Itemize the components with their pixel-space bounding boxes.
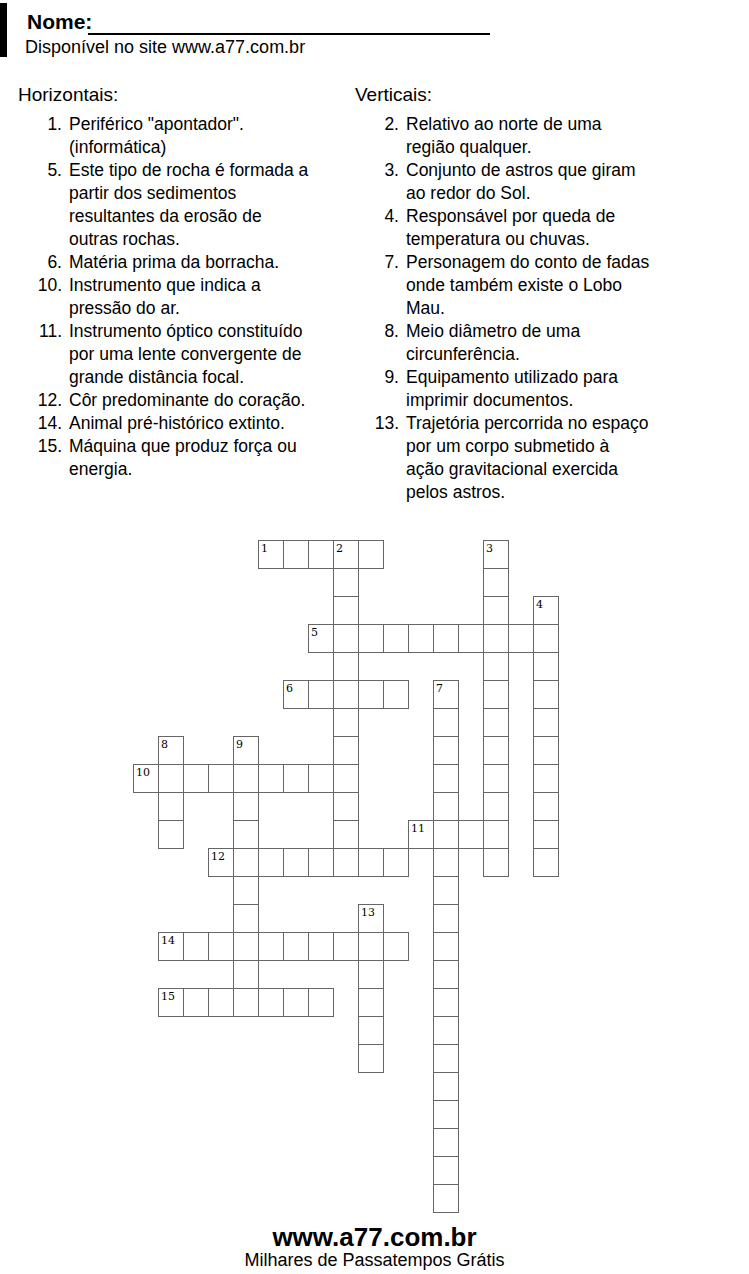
crossword-cell[interactable] [433,932,459,961]
crossword-cell[interactable] [333,932,359,961]
clue-number: 6. [18,251,69,274]
clue-number: 15. [18,435,69,458]
clue-number: 7. [355,251,406,274]
clue-row: 2.Relativo ao norte de uma região qualqu… [355,113,745,159]
across-clues-list: 1.Periférico "apontador". (informática)5… [18,113,353,481]
crossword-cell[interactable] [433,1100,459,1129]
crossword-cell[interactable] [358,1016,384,1045]
crossword-cell[interactable] [483,736,509,765]
crossword-cell[interactable] [183,932,209,961]
crossword-cell[interactable] [308,848,334,877]
clue-row: 1.Periférico "apontador". (informática) [18,113,353,159]
crossword-cell[interactable] [433,848,459,877]
crossword-cell[interactable] [433,960,459,989]
crossword-cell[interactable] [483,792,509,821]
clue-row: 4.Responsável por queda de temperatura o… [355,205,745,251]
crossword-cell[interactable] [533,848,559,877]
crossword-cell[interactable] [258,540,284,569]
clue-text: Periférico "apontador". (informática) [69,113,244,159]
clue-row: 8.Meio diâmetro de uma circunferência. [355,320,745,366]
crossword-cell[interactable] [483,708,509,737]
clue-row: 14.Animal pré-histórico extinto. [18,412,353,435]
crossword-cell[interactable] [433,764,459,793]
crossword-cell[interactable] [333,540,359,569]
crossword-cell[interactable] [483,680,509,709]
clue-number: 11. [18,320,69,343]
crossword-cell[interactable] [533,708,559,737]
crossword-cell[interactable] [433,708,459,737]
clue-row: 15.Máquina que produz força ou energia. [18,435,353,481]
crossword-cell[interactable] [333,624,359,653]
crossword-cell[interactable] [383,680,409,709]
clue-row: 6.Matéria prima da borracha. [18,251,353,274]
crossword-cell[interactable] [433,988,459,1017]
clue-number: 13. [355,412,406,435]
crossword-cell[interactable] [433,904,459,933]
crossword-cell[interactable] [483,540,509,569]
crossword-cell[interactable] [208,932,234,961]
clue-text: Responsável por queda de temperatura ou … [406,205,615,251]
crossword-cell[interactable] [133,764,159,793]
clue-text: Côr predominante do coração. [69,389,305,412]
name-fill-line[interactable] [88,33,490,35]
crossword-cell[interactable] [283,848,309,877]
crossword-cell[interactable] [433,1128,459,1157]
crossword-cell[interactable] [433,792,459,821]
clue-number: 4. [355,205,406,228]
crossword-cell[interactable] [433,1156,459,1185]
crossword-cell[interactable] [358,680,384,709]
clue-row: 10.Instrumento que indica a pressão do a… [18,274,353,320]
crossword-cell[interactable] [208,988,234,1017]
crossword-cell[interactable] [333,708,359,737]
across-title: Horizontais: [18,84,353,106]
crossword-cell[interactable] [283,764,309,793]
across-clues-column: Horizontais: 1.Periférico "apontador". (… [18,84,353,481]
crossword-cell[interactable] [483,624,509,653]
clue-text: Máquina que produz força ou energia. [69,435,297,481]
crossword-cell[interactable] [158,988,184,1017]
crossword-cell[interactable] [233,932,259,961]
clue-number: 9. [355,366,406,389]
crossword-cell[interactable] [158,736,184,765]
crossword-cell[interactable] [333,820,359,849]
crossword-cell[interactable] [233,904,259,933]
clue-text: Instrumento que indica a pressão do ar. [69,274,261,320]
crossword-cell[interactable] [533,680,559,709]
crossword-cell[interactable] [308,624,334,653]
crossword-cell[interactable] [308,932,334,961]
crossword-cell[interactable] [333,792,359,821]
down-clues-column: Verticais: 2.Relativo ao norte de uma re… [355,84,745,504]
crossword-cell[interactable] [308,680,334,709]
crossword-cell[interactable] [233,848,259,877]
crossword-cell[interactable] [433,680,459,709]
crossword-cell[interactable] [433,736,459,765]
crossword-cell[interactable] [433,1044,459,1073]
clue-text: Matéria prima da borracha. [69,251,279,274]
crossword-cell[interactable] [483,596,509,625]
clue-number: 2. [355,113,406,136]
crossword-cell[interactable] [533,652,559,681]
crossword-cell[interactable] [483,652,509,681]
clue-number: 1. [18,113,69,136]
crossword-cell[interactable] [233,876,259,905]
clue-number: 10. [18,274,69,297]
name-label: Nome: [27,10,92,34]
clue-text: Conjunto de astros que giram ao redor do… [406,159,636,205]
clue-text: Equipamento utilizado para imprimir docu… [406,366,618,412]
footer-tagline: Milhares de Passatempos Grátis [0,1250,749,1271]
crossword-cell[interactable] [158,764,184,793]
crossword-cell[interactable] [333,596,359,625]
crossword-grid: 123456789101112131415 [133,540,560,1214]
clue-number: 12. [18,389,69,412]
crossword-cell[interactable] [358,848,384,877]
crossword-cell[interactable] [358,932,384,961]
crossword-cell[interactable] [433,820,459,849]
crossword-cell[interactable] [483,764,509,793]
crossword-cell[interactable] [183,764,209,793]
down-title: Verticais: [355,84,745,106]
crossword-cell[interactable] [433,1016,459,1045]
crossword-cell[interactable] [483,820,509,849]
crossword-cell[interactable] [233,960,259,989]
crossword-cell[interactable] [458,624,484,653]
site-availability-text: Disponível no site www.a77.com.br [25,37,305,58]
clue-row: 9.Equipamento utilizado para imprimir do… [355,366,745,412]
crossword-cell[interactable] [533,736,559,765]
crossword-worksheet-page: Nome: Disponível no site www.a77.com.br … [0,0,749,1274]
clue-text: Animal pré-histórico extinto. [69,412,285,435]
clue-text: Instrumento óptico constituído por uma l… [69,320,302,389]
crossword-cell[interactable] [158,820,184,849]
clue-row: 7.Personagem do conto de fadas onde tamb… [355,251,745,320]
crossword-cell[interactable] [308,540,334,569]
clue-row: 3.Conjunto de astros que giram ao redor … [355,159,745,205]
clue-row: 5.Este tipo de rocha é formada a partir … [18,159,353,251]
crossword-cell[interactable] [358,988,384,1017]
crossword-cell[interactable] [433,1184,459,1213]
crossword-cell[interactable] [183,988,209,1017]
crossword-cell[interactable] [158,792,184,821]
crossword-cell[interactable] [308,764,334,793]
crossword-cell[interactable] [408,820,434,849]
crossword-cell[interactable] [533,596,559,625]
clue-number: 5. [18,159,69,182]
crossword-cell[interactable] [383,932,409,961]
crossword-cell[interactable] [333,568,359,597]
crossword-cell[interactable] [358,1044,384,1073]
crossword-cell[interactable] [508,624,534,653]
crossword-cell[interactable] [458,820,484,849]
crossword-cell[interactable] [258,764,284,793]
header-left-border [0,3,7,57]
clue-text: Este tipo de rocha é formada a partir do… [69,159,308,251]
crossword-cell[interactable] [433,1072,459,1101]
crossword-cell[interactable] [258,988,284,1017]
clue-number: 14. [18,412,69,435]
footer-site-url: www.a77.com.br [0,1222,749,1253]
crossword-cell[interactable] [233,792,259,821]
crossword-cell[interactable] [233,820,259,849]
crossword-cell[interactable] [233,736,259,765]
clue-number: 8. [355,320,406,343]
crossword-cell[interactable] [358,624,384,653]
crossword-cell[interactable] [358,540,384,569]
clue-row: 13.Trajetória percorrida no espaço por u… [355,412,745,504]
crossword-cell[interactable] [208,848,234,877]
crossword-cell[interactable] [533,792,559,821]
clue-row: 11.Instrumento óptico constituído por um… [18,320,353,389]
clue-number: 3. [355,159,406,182]
crossword-cell[interactable] [283,680,309,709]
crossword-cell[interactable] [358,960,384,989]
crossword-cell[interactable] [333,680,359,709]
crossword-cell[interactable] [233,764,259,793]
clue-text: Trajetória percorrida no espaço por um c… [406,412,649,504]
crossword-cell[interactable] [333,764,359,793]
clue-row: 12.Côr predominante do coração. [18,389,353,412]
clue-text: Relativo ao norte de uma região qualquer… [406,113,602,159]
crossword-cell[interactable] [533,820,559,849]
crossword-cell[interactable] [433,876,459,905]
crossword-cell[interactable] [483,568,509,597]
crossword-cell[interactable] [383,624,409,653]
crossword-cell[interactable] [333,848,359,877]
crossword-cell[interactable] [283,932,309,961]
crossword-cell[interactable] [333,652,359,681]
crossword-cell[interactable] [258,848,284,877]
crossword-cell[interactable] [533,624,559,653]
crossword-cell[interactable] [158,932,184,961]
crossword-cell[interactable] [433,624,459,653]
crossword-cell[interactable] [358,904,384,933]
crossword-cell[interactable] [233,988,259,1017]
crossword-cell[interactable] [483,848,509,877]
crossword-cell[interactable] [283,540,309,569]
down-clues-list: 2.Relativo ao norte de uma região qualqu… [355,113,745,504]
clue-text: Personagem do conto de fadas onde também… [406,251,649,320]
clue-text: Meio diâmetro de uma circunferência. [406,320,580,366]
crossword-cell[interactable] [333,736,359,765]
crossword-cell[interactable] [383,848,409,877]
crossword-cell[interactable] [308,988,334,1017]
crossword-cell[interactable] [283,988,309,1017]
crossword-cell[interactable] [208,764,234,793]
crossword-cell[interactable] [258,932,284,961]
crossword-cell[interactable] [408,624,434,653]
crossword-cell[interactable] [533,764,559,793]
